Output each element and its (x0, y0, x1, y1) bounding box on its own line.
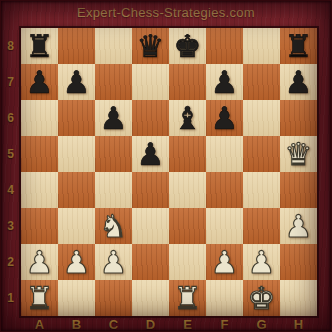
square-f3[interactable] (206, 208, 243, 244)
square-b5[interactable] (58, 136, 95, 172)
chess-diagram: Expert-Chess-Strategies.com ♜♛♚♜♟♟♟♟♟♝♟♟… (0, 0, 332, 332)
square-d3[interactable] (132, 208, 169, 244)
square-a4[interactable] (21, 172, 58, 208)
square-a7[interactable]: ♟ (21, 64, 58, 100)
piece-white-pawn[interactable]: ♟ (21, 244, 58, 280)
site-title: Expert-Chess-Strategies.com (1, 5, 331, 20)
piece-white-pawn[interactable]: ♟ (280, 208, 317, 244)
square-b8[interactable] (58, 28, 95, 64)
square-f1[interactable] (206, 280, 243, 316)
square-d1[interactable] (132, 280, 169, 316)
square-h7[interactable]: ♟ (280, 64, 317, 100)
square-c1[interactable] (95, 280, 132, 316)
square-d5[interactable]: ♟ (132, 136, 169, 172)
square-g2[interactable]: ♟ (243, 244, 280, 280)
square-f7[interactable]: ♟ (206, 64, 243, 100)
square-e1[interactable]: ♜ (169, 280, 206, 316)
square-f2[interactable]: ♟ (206, 244, 243, 280)
square-h5[interactable]: ♛ (280, 136, 317, 172)
piece-black-queen[interactable]: ♛ (132, 28, 169, 64)
square-b4[interactable] (58, 172, 95, 208)
file-label-d: D (132, 315, 169, 332)
piece-black-rook[interactable]: ♜ (280, 28, 317, 64)
file-label-f: F (206, 315, 243, 332)
piece-white-knight[interactable]: ♞ (95, 208, 132, 244)
piece-white-king[interactable]: ♚ (243, 280, 280, 316)
square-e7[interactable] (169, 64, 206, 100)
piece-black-pawn[interactable]: ♟ (280, 64, 317, 100)
square-c2[interactable]: ♟ (95, 244, 132, 280)
square-g8[interactable] (243, 28, 280, 64)
piece-black-pawn[interactable]: ♟ (58, 64, 95, 100)
chess-board: ♜♛♚♜♟♟♟♟♟♝♟♟♛♞♟♟♟♟♟♟♜♜♚ (21, 28, 317, 316)
square-d6[interactable] (132, 100, 169, 136)
square-d2[interactable] (132, 244, 169, 280)
square-h8[interactable]: ♜ (280, 28, 317, 64)
rank-label-3: 3 (1, 208, 20, 244)
square-f8[interactable] (206, 28, 243, 64)
square-f5[interactable] (206, 136, 243, 172)
square-c8[interactable] (95, 28, 132, 64)
square-g1[interactable]: ♚ (243, 280, 280, 316)
piece-black-rook[interactable]: ♜ (21, 28, 58, 64)
square-e2[interactable] (169, 244, 206, 280)
piece-black-pawn[interactable]: ♟ (206, 100, 243, 136)
file-label-a: A (21, 315, 58, 332)
square-f6[interactable]: ♟ (206, 100, 243, 136)
square-g4[interactable] (243, 172, 280, 208)
square-c3[interactable]: ♞ (95, 208, 132, 244)
file-label-b: B (58, 315, 95, 332)
piece-white-rook[interactable]: ♜ (169, 280, 206, 316)
square-c6[interactable]: ♟ (95, 100, 132, 136)
file-label-h: H (280, 315, 317, 332)
square-f4[interactable] (206, 172, 243, 208)
piece-black-pawn[interactable]: ♟ (95, 100, 132, 136)
square-b6[interactable] (58, 100, 95, 136)
rank-label-5: 5 (1, 136, 20, 172)
square-c4[interactable] (95, 172, 132, 208)
square-a2[interactable]: ♟ (21, 244, 58, 280)
square-h6[interactable] (280, 100, 317, 136)
square-d4[interactable] (132, 172, 169, 208)
square-g3[interactable] (243, 208, 280, 244)
piece-white-pawn[interactable]: ♟ (95, 244, 132, 280)
square-a8[interactable]: ♜ (21, 28, 58, 64)
square-g5[interactable] (243, 136, 280, 172)
square-h2[interactable] (280, 244, 317, 280)
file-label-g: G (243, 315, 280, 332)
square-a1[interactable]: ♜ (21, 280, 58, 316)
piece-white-pawn[interactable]: ♟ (206, 244, 243, 280)
square-e6[interactable]: ♝ (169, 100, 206, 136)
square-a3[interactable] (21, 208, 58, 244)
square-b1[interactable] (58, 280, 95, 316)
square-b7[interactable]: ♟ (58, 64, 95, 100)
piece-white-queen[interactable]: ♛ (280, 136, 317, 172)
square-a5[interactable] (21, 136, 58, 172)
piece-white-pawn[interactable]: ♟ (58, 244, 95, 280)
square-d8[interactable]: ♛ (132, 28, 169, 64)
square-e3[interactable] (169, 208, 206, 244)
rank-label-2: 2 (1, 244, 20, 280)
rank-label-6: 6 (1, 100, 20, 136)
piece-white-pawn[interactable]: ♟ (243, 244, 280, 280)
square-e4[interactable] (169, 172, 206, 208)
square-h1[interactable] (280, 280, 317, 316)
rank-label-7: 7 (1, 64, 20, 100)
piece-black-pawn[interactable]: ♟ (206, 64, 243, 100)
square-h3[interactable]: ♟ (280, 208, 317, 244)
square-h4[interactable] (280, 172, 317, 208)
rank-label-8: 8 (1, 28, 20, 64)
piece-black-pawn[interactable]: ♟ (21, 64, 58, 100)
square-a6[interactable] (21, 100, 58, 136)
rank-label-1: 1 (1, 280, 20, 316)
square-e8[interactable]: ♚ (169, 28, 206, 64)
square-g7[interactable] (243, 64, 280, 100)
square-b3[interactable] (58, 208, 95, 244)
square-e5[interactable] (169, 136, 206, 172)
square-b2[interactable]: ♟ (58, 244, 95, 280)
rank-label-4: 4 (1, 172, 20, 208)
piece-black-bishop[interactable]: ♝ (169, 100, 206, 136)
piece-white-rook[interactable]: ♜ (21, 280, 58, 316)
piece-black-king[interactable]: ♚ (169, 28, 206, 64)
square-c5[interactable] (95, 136, 132, 172)
square-d7[interactable] (132, 64, 169, 100)
file-label-e: E (169, 315, 206, 332)
square-g6[interactable] (243, 100, 280, 136)
piece-black-pawn[interactable]: ♟ (132, 136, 169, 172)
file-label-c: C (95, 315, 132, 332)
square-c7[interactable] (95, 64, 132, 100)
